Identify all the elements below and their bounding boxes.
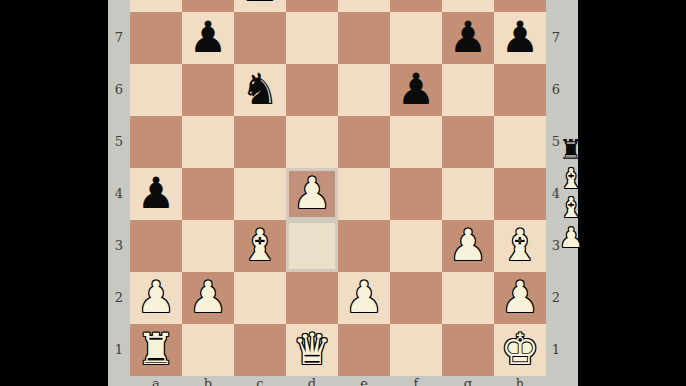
square-c7[interactable]: [234, 12, 286, 64]
tray-piece-white-pawn: ♟: [556, 223, 586, 253]
rank-label-3-left: 3: [108, 220, 130, 272]
piece-white-king[interactable]: ♚: [494, 324, 546, 376]
square-b8[interactable]: [182, 0, 234, 12]
square-a8[interactable]: ♜: [130, 0, 182, 12]
piece-white-pawn[interactable]: ♟: [182, 272, 234, 324]
square-c3[interactable]: ♝: [234, 220, 286, 272]
file-label-b: b: [182, 377, 234, 386]
square-g3[interactable]: ♟: [442, 220, 494, 272]
piece-white-pawn[interactable]: ♟: [130, 272, 182, 324]
square-b2[interactable]: ♟: [182, 272, 234, 324]
square-a1[interactable]: ♜: [130, 324, 182, 376]
file-labels: abcdefgh: [130, 377, 546, 386]
square-g4[interactable]: [442, 168, 494, 220]
square-a4[interactable]: ♟: [130, 168, 182, 220]
tray-piece-white-bishop: ♝: [556, 193, 586, 223]
file-label-c: c: [234, 377, 286, 386]
file-label-d: d: [286, 377, 338, 386]
square-a5[interactable]: [130, 116, 182, 168]
piece-black-rook[interactable]: ♜: [130, 0, 182, 12]
square-h4[interactable]: [494, 168, 546, 220]
square-c6[interactable]: ♞: [234, 64, 286, 116]
square-f4[interactable]: [390, 168, 442, 220]
rank-label-1-left: 1: [108, 324, 130, 376]
square-b7[interactable]: ♟: [182, 12, 234, 64]
square-b6[interactable]: [182, 64, 234, 116]
file-label-g: g: [442, 377, 494, 386]
square-a3[interactable]: [130, 220, 182, 272]
square-d6[interactable]: [286, 64, 338, 116]
square-b4[interactable]: [182, 168, 234, 220]
square-g5[interactable]: [442, 116, 494, 168]
square-h2[interactable]: ♟: [494, 272, 546, 324]
piece-white-pawn[interactable]: ♟: [494, 272, 546, 324]
piece-white-rook[interactable]: ♜: [234, 0, 286, 12]
rank-label-5-left: 5: [108, 116, 130, 168]
square-e3[interactable]: [338, 220, 390, 272]
piece-black-queen[interactable]: ♛: [286, 0, 338, 12]
square-g1[interactable]: [442, 324, 494, 376]
piece-white-pawn[interactable]: ♟: [286, 168, 338, 220]
file-label-f: f: [390, 377, 442, 386]
square-f5[interactable]: [390, 116, 442, 168]
piece-white-pawn[interactable]: ♟: [338, 272, 390, 324]
captured-pieces-tray: ♜♝♝♟: [556, 0, 586, 386]
square-f1[interactable]: [390, 324, 442, 376]
piece-white-queen[interactable]: ♛: [286, 324, 338, 376]
piece-black-pawn[interactable]: ♟: [494, 12, 546, 64]
rank-label-7-left: 7: [108, 12, 130, 64]
piece-black-rook[interactable]: ♜: [390, 0, 442, 12]
square-f7[interactable]: [390, 12, 442, 64]
square-e2[interactable]: ♟: [338, 272, 390, 324]
square-b3[interactable]: [182, 220, 234, 272]
rank-label-6-left: 6: [108, 64, 130, 116]
square-f3[interactable]: [390, 220, 442, 272]
square-e7[interactable]: [338, 12, 390, 64]
square-e1[interactable]: [338, 324, 390, 376]
square-d4[interactable]: ♟: [286, 168, 338, 220]
square-c4[interactable]: [234, 168, 286, 220]
square-e4[interactable]: [338, 168, 390, 220]
piece-black-pawn[interactable]: ♟: [442, 12, 494, 64]
square-h5[interactable]: [494, 116, 546, 168]
file-label-h: h: [494, 377, 546, 386]
square-h7[interactable]: ♟: [494, 12, 546, 64]
square-g7[interactable]: ♟: [442, 12, 494, 64]
square-c8[interactable]: ♜: [234, 0, 286, 12]
square-a7[interactable]: [130, 12, 182, 64]
square-e6[interactable]: [338, 64, 390, 116]
tray-piece-black-rook: ♜: [556, 135, 586, 165]
square-f8[interactable]: ♜: [390, 0, 442, 12]
square-b1[interactable]: [182, 324, 234, 376]
square-g2[interactable]: [442, 272, 494, 324]
square-g8[interactable]: [442, 0, 494, 12]
square-d7[interactable]: [286, 12, 338, 64]
piece-white-bishop[interactable]: ♝: [234, 220, 286, 272]
square-h8[interactable]: ♚: [494, 0, 546, 12]
piece-black-king[interactable]: ♚: [494, 0, 546, 12]
piece-white-rook[interactable]: ♜: [130, 324, 182, 376]
piece-black-pawn[interactable]: ♟: [390, 64, 442, 116]
rank-label-2-left: 2: [108, 272, 130, 324]
chess-board: ♜♜♛♜♚♟♟♟♞♟♟♟♝♟♝♟♟♟♟♜♛♚: [130, 0, 546, 376]
piece-black-pawn[interactable]: ♟: [130, 168, 182, 220]
square-h3[interactable]: ♝: [494, 220, 546, 272]
square-f6[interactable]: ♟: [390, 64, 442, 116]
file-label-e: e: [338, 377, 390, 386]
file-label-a: a: [130, 377, 182, 386]
square-d2[interactable]: [286, 272, 338, 324]
piece-white-pawn[interactable]: ♟: [442, 220, 494, 272]
square-d1[interactable]: ♛: [286, 324, 338, 376]
square-b5[interactable]: [182, 116, 234, 168]
square-d8[interactable]: ♛: [286, 0, 338, 12]
square-a2[interactable]: ♟: [130, 272, 182, 324]
square-d5[interactable]: [286, 116, 338, 168]
square-h6[interactable]: [494, 64, 546, 116]
square-c2[interactable]: [234, 272, 286, 324]
piece-black-knight[interactable]: ♞: [234, 64, 286, 116]
square-c5[interactable]: [234, 116, 286, 168]
rank-label-4-left: 4: [108, 168, 130, 220]
square-d3[interactable]: [286, 220, 338, 272]
square-a6[interactable]: [130, 64, 182, 116]
square-h1[interactable]: ♚: [494, 324, 546, 376]
square-e8[interactable]: [338, 0, 390, 12]
tray-piece-white-bishop: ♝: [556, 164, 586, 194]
piece-black-pawn[interactable]: ♟: [182, 12, 234, 64]
square-f2[interactable]: [390, 272, 442, 324]
square-c1[interactable]: [234, 324, 286, 376]
rank-labels-left: 7654321: [108, 0, 130, 386]
square-g6[interactable]: [442, 64, 494, 116]
square-e5[interactable]: [338, 116, 390, 168]
piece-white-bishop[interactable]: ♝: [494, 220, 546, 272]
